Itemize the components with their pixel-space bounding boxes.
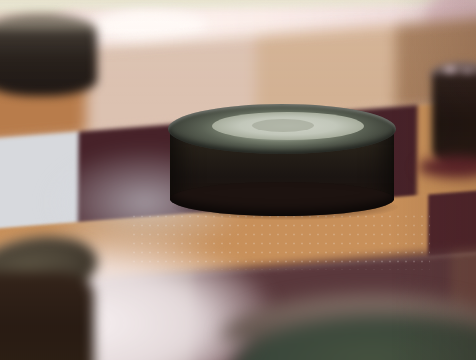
photo-vignette	[0, 0, 476, 360]
checkers-board-photo: ⛂ ⛂ ⛂ ⛂ ⛂	[0, 0, 476, 360]
